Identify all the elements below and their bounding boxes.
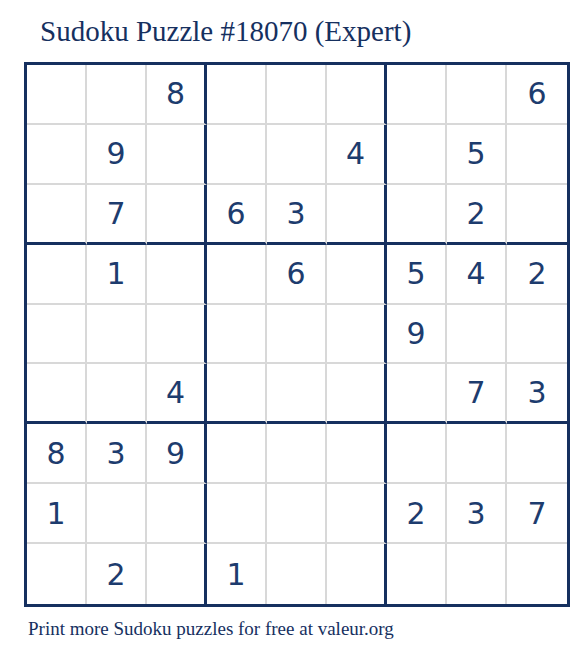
cell-r3c9[interactable] <box>507 185 567 245</box>
cell-r1c7[interactable] <box>387 65 447 125</box>
cell-r2c6[interactable]: 4 <box>327 125 387 185</box>
sudoku-grid: 869457632165429473839123721 <box>24 62 570 607</box>
cell-r7c8[interactable] <box>447 424 507 484</box>
cell-r4c7[interactable]: 5 <box>387 245 447 305</box>
cell-r9c8[interactable] <box>447 544 507 604</box>
cell-r5c2[interactable] <box>87 305 147 365</box>
cell-r5c5[interactable] <box>267 305 327 365</box>
cell-r8c4[interactable] <box>207 484 267 544</box>
cell-r3c5[interactable]: 3 <box>267 185 327 245</box>
cell-r3c8[interactable]: 2 <box>447 185 507 245</box>
page-title: Sudoku Puzzle #18070 (Expert) <box>40 14 411 48</box>
cell-r5c1[interactable] <box>27 305 87 365</box>
cell-r6c9[interactable]: 3 <box>507 364 567 424</box>
cell-r7c4[interactable] <box>207 424 267 484</box>
cell-r4c1[interactable] <box>27 245 87 305</box>
cell-r6c5[interactable] <box>267 364 327 424</box>
cell-r1c1[interactable] <box>27 65 87 125</box>
cell-r5c9[interactable] <box>507 305 567 365</box>
cell-r6c1[interactable] <box>27 364 87 424</box>
cell-r6c3[interactable]: 4 <box>147 364 207 424</box>
cell-r5c3[interactable] <box>147 305 207 365</box>
cell-r8c6[interactable] <box>327 484 387 544</box>
cell-r2c3[interactable] <box>147 125 207 185</box>
cell-r2c5[interactable] <box>267 125 327 185</box>
cell-r4c3[interactable] <box>147 245 207 305</box>
cell-r8c3[interactable] <box>147 484 207 544</box>
cell-r8c7[interactable]: 2 <box>387 484 447 544</box>
cell-r9c9[interactable] <box>507 544 567 604</box>
cell-r2c2[interactable]: 9 <box>87 125 147 185</box>
cell-r5c6[interactable] <box>327 305 387 365</box>
cell-r8c9[interactable]: 7 <box>507 484 567 544</box>
cell-r1c8[interactable] <box>447 65 507 125</box>
cell-r7c1[interactable]: 8 <box>27 424 87 484</box>
cell-r1c4[interactable] <box>207 65 267 125</box>
cell-r3c6[interactable] <box>327 185 387 245</box>
cell-r1c9[interactable]: 6 <box>507 65 567 125</box>
cell-r2c8[interactable]: 5 <box>447 125 507 185</box>
cell-r9c6[interactable] <box>327 544 387 604</box>
cell-r8c8[interactable]: 3 <box>447 484 507 544</box>
cell-r7c6[interactable] <box>327 424 387 484</box>
cell-r7c5[interactable] <box>267 424 327 484</box>
cell-r5c4[interactable] <box>207 305 267 365</box>
cell-r2c7[interactable] <box>387 125 447 185</box>
cell-r8c2[interactable] <box>87 484 147 544</box>
cell-r2c9[interactable] <box>507 125 567 185</box>
footer-text: Print more Sudoku puzzles for free at va… <box>28 618 394 640</box>
cell-r9c3[interactable] <box>147 544 207 604</box>
cell-r9c5[interactable] <box>267 544 327 604</box>
cell-r7c2[interactable]: 3 <box>87 424 147 484</box>
cell-r1c5[interactable] <box>267 65 327 125</box>
cell-r4c8[interactable]: 4 <box>447 245 507 305</box>
cell-r6c7[interactable] <box>387 364 447 424</box>
cell-r1c6[interactable] <box>327 65 387 125</box>
cell-r5c8[interactable] <box>447 305 507 365</box>
cell-r4c5[interactable]: 6 <box>267 245 327 305</box>
cell-r2c4[interactable] <box>207 125 267 185</box>
cell-r4c9[interactable]: 2 <box>507 245 567 305</box>
cell-r1c3[interactable]: 8 <box>147 65 207 125</box>
cell-r3c4[interactable]: 6 <box>207 185 267 245</box>
cell-r6c2[interactable] <box>87 364 147 424</box>
cell-r7c3[interactable]: 9 <box>147 424 207 484</box>
sudoku-page: Sudoku Puzzle #18070 (Expert) 8694576321… <box>0 0 580 651</box>
cell-r9c2[interactable]: 2 <box>87 544 147 604</box>
cell-r7c7[interactable] <box>387 424 447 484</box>
cell-r2c1[interactable] <box>27 125 87 185</box>
cell-r9c1[interactable] <box>27 544 87 604</box>
cell-r3c7[interactable] <box>387 185 447 245</box>
cell-r8c1[interactable]: 1 <box>27 484 87 544</box>
cell-r4c4[interactable] <box>207 245 267 305</box>
cell-r5c7[interactable]: 9 <box>387 305 447 365</box>
cell-r6c8[interactable]: 7 <box>447 364 507 424</box>
cell-r8c5[interactable] <box>267 484 327 544</box>
cell-r4c6[interactable] <box>327 245 387 305</box>
cell-r3c1[interactable] <box>27 185 87 245</box>
cell-r6c4[interactable] <box>207 364 267 424</box>
cell-r4c2[interactable]: 1 <box>87 245 147 305</box>
cell-r7c9[interactable] <box>507 424 567 484</box>
cell-r1c2[interactable] <box>87 65 147 125</box>
cell-r6c6[interactable] <box>327 364 387 424</box>
cell-r3c2[interactable]: 7 <box>87 185 147 245</box>
cell-r3c3[interactable] <box>147 185 207 245</box>
cell-r9c4[interactable]: 1 <box>207 544 267 604</box>
cell-r9c7[interactable] <box>387 544 447 604</box>
